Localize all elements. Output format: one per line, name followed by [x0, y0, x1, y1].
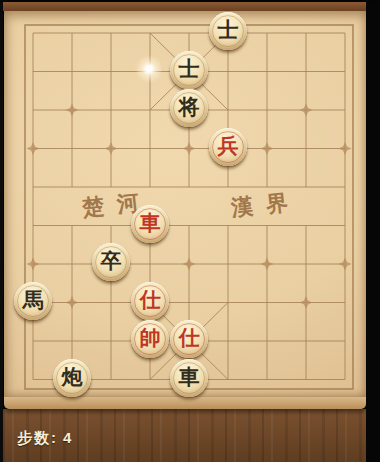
screen-edge-right — [366, 0, 380, 462]
piece-glyph: 炮 — [53, 359, 91, 397]
piece-red-advisor-1[interactable]: 仕 — [131, 282, 169, 320]
status-bar: 步数:4 — [17, 429, 71, 448]
piece-red-general[interactable]: 帥 — [131, 320, 169, 358]
piece-red-chariot[interactable]: 車 — [131, 205, 169, 243]
piece-glyph: 兵 — [209, 128, 247, 166]
piece-glyph: 仕 — [131, 282, 169, 320]
piece-red-soldier[interactable]: 兵 — [209, 128, 247, 166]
piece-black-chariot[interactable]: 車 — [170, 359, 208, 397]
piece-black-advisor-2[interactable]: 士 — [170, 51, 208, 89]
piece-red-advisor-2[interactable]: 仕 — [170, 320, 208, 358]
piece-glyph: 卒 — [92, 243, 130, 281]
piece-black-cannon[interactable]: 炮 — [53, 359, 91, 397]
piece-glyph: 車 — [131, 205, 169, 243]
piece-glyph: 馬 — [14, 282, 52, 320]
screen-edge-top — [0, 0, 380, 2]
piece-glyph: 士 — [209, 12, 247, 50]
piece-glyph: 仕 — [170, 320, 208, 358]
piece-black-soldier[interactable]: 卒 — [92, 243, 130, 281]
board-front-edge — [4, 397, 366, 409]
piece-black-general[interactable]: 将 — [170, 89, 208, 127]
piece-glyph: 帥 — [131, 320, 169, 358]
wood-frame-top — [3, 2, 366, 11]
piece-black-advisor-1[interactable]: 士 — [209, 12, 247, 50]
piece-glyph: 車 — [170, 359, 208, 397]
piece-glyph: 将 — [170, 89, 208, 127]
step-count-label: 步数: — [17, 429, 58, 446]
piece-black-horse[interactable]: 馬 — [14, 282, 52, 320]
step-count-value: 4 — [63, 429, 71, 446]
piece-glyph: 士 — [170, 51, 208, 89]
xiangqi-app: 楚河 漢界 士士将兵車卒馬仕帥仕車炮 步数:4 — [0, 0, 380, 462]
screen-edge-left — [0, 0, 3, 462]
